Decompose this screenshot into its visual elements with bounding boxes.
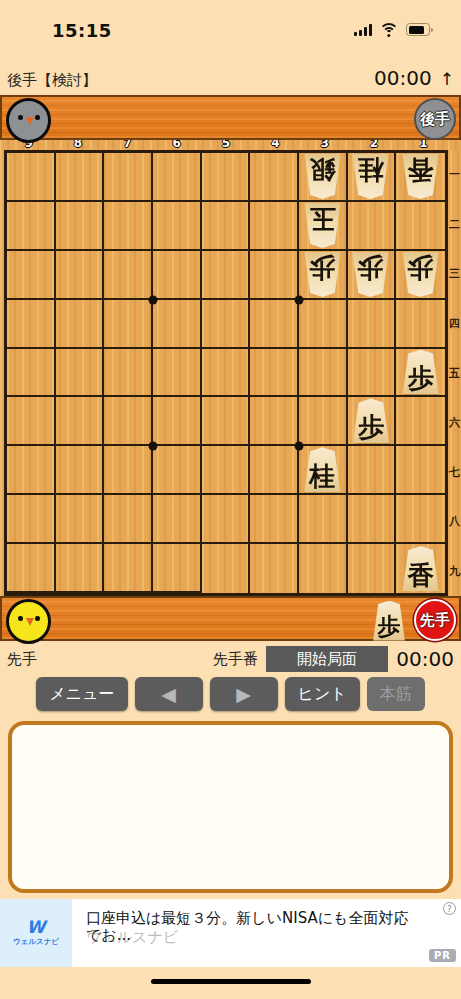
square-7-6[interactable] xyxy=(104,397,153,446)
square-5-1[interactable] xyxy=(202,153,251,202)
square-9-3[interactable] xyxy=(7,251,56,300)
square-4-2[interactable] xyxy=(250,202,299,251)
square-3-7[interactable]: 桂 xyxy=(299,446,348,495)
square-9-5[interactable] xyxy=(7,349,56,398)
rank-label-2: 二 xyxy=(448,200,461,250)
sente-clock: 00:00 xyxy=(396,647,454,671)
ad-banner[interactable]: W ウェルスナビ 口座申込は最短３分。新しいNISAにも全面対応 ウェルスナビ … xyxy=(0,899,461,967)
hint-button[interactable]: ヒント xyxy=(285,677,360,711)
square-9-6[interactable] xyxy=(7,397,56,446)
square-7-3[interactable] xyxy=(104,251,153,300)
pr-badge: PR xyxy=(429,949,456,962)
square-5-2[interactable] xyxy=(202,202,251,251)
square-1-2[interactable] xyxy=(396,202,445,251)
comment-box[interactable] xyxy=(8,721,453,893)
ad-logo[interactable]: W ウェルスナビ xyxy=(0,899,72,967)
ad-headline: 口座申込は最短３分。新しいNISAにも全面対応 xyxy=(86,909,447,929)
gote-piece-桂-21[interactable]: 桂 xyxy=(350,154,391,199)
star-point xyxy=(295,295,304,304)
gote-badge-button[interactable]: 後手 xyxy=(414,98,456,140)
square-8-8[interactable] xyxy=(56,495,105,544)
square-1-8[interactable] xyxy=(396,495,445,544)
cellular-signal-icon xyxy=(354,24,372,36)
status-icons xyxy=(354,23,433,37)
square-8-2[interactable] xyxy=(56,202,105,251)
status-bar: 15:15 xyxy=(0,0,461,54)
gote-piece-歩-23[interactable]: 歩 xyxy=(350,252,391,297)
rank-labels: 一二三四五六七八九 xyxy=(448,150,461,596)
next-button[interactable]: ▶ xyxy=(210,677,278,711)
square-1-3[interactable]: 歩 xyxy=(396,251,445,300)
square-2-4[interactable] xyxy=(348,300,397,349)
square-3-8[interactable] xyxy=(299,495,348,544)
home-indicator[interactable] xyxy=(151,979,311,984)
square-2-2[interactable] xyxy=(348,202,397,251)
gote-piece-玉-32[interactable]: 玉 xyxy=(302,203,343,248)
rank-label-7: 七 xyxy=(448,447,461,497)
prev-button[interactable]: ◀ xyxy=(135,677,203,711)
square-1-6[interactable] xyxy=(396,397,445,446)
sente-piece-香-19[interactable]: 香 xyxy=(400,546,441,591)
sente-avatar xyxy=(6,599,51,644)
square-6-4[interactable] xyxy=(153,300,202,349)
square-6-5[interactable] xyxy=(153,349,202,398)
square-4-8[interactable] xyxy=(250,495,299,544)
battery-icon xyxy=(406,23,433,37)
square-5-9[interactable] xyxy=(202,544,251,593)
gote-piece-歩-33[interactable]: 歩 xyxy=(302,252,343,297)
square-6-2[interactable] xyxy=(153,202,202,251)
square-2-8[interactable] xyxy=(348,495,397,544)
move-number-box: 開始局面 xyxy=(266,646,388,672)
rank-label-9: 九 xyxy=(448,547,461,597)
sente-hand-tray[interactable]: 歩 xyxy=(371,598,407,643)
sente-piece-歩-26[interactable]: 歩 xyxy=(350,398,391,443)
square-4-5[interactable] xyxy=(250,349,299,398)
square-1-1[interactable]: 香 xyxy=(396,153,445,202)
mainline-button: 本筋 xyxy=(367,677,425,711)
square-6-3[interactable] xyxy=(153,251,202,300)
square-6-1[interactable] xyxy=(153,153,202,202)
square-9-7[interactable] xyxy=(7,446,56,495)
sente-badge-button[interactable]: 先手 xyxy=(414,599,456,641)
sente-piece-歩-15[interactable]: 歩 xyxy=(400,349,441,394)
menu-button[interactable]: メニュー xyxy=(36,677,127,711)
square-6-8[interactable] xyxy=(153,495,202,544)
toolbar: メニュー◀▶ヒント本筋 xyxy=(0,677,461,717)
square-2-3[interactable]: 歩 xyxy=(348,251,397,300)
square-8-4[interactable] xyxy=(56,300,105,349)
ad-headline-continued: でお... xyxy=(86,926,131,945)
gote-player-bar: 後手 xyxy=(0,95,461,140)
square-1-9[interactable]: 香 xyxy=(396,544,445,593)
comment-area-wrap xyxy=(0,717,461,899)
square-4-4[interactable] xyxy=(250,300,299,349)
wifi-icon xyxy=(379,23,399,37)
square-5-6[interactable] xyxy=(202,397,251,446)
square-5-5[interactable] xyxy=(202,349,251,398)
square-2-5[interactable] xyxy=(348,349,397,398)
sente-hand-piece-歩[interactable]: 歩 xyxy=(371,601,407,641)
square-7-4[interactable] xyxy=(104,300,153,349)
rank-label-6: 六 xyxy=(448,398,461,448)
square-7-8[interactable] xyxy=(104,495,153,544)
ad-info-icon[interactable]: ? xyxy=(443,902,456,915)
square-9-1[interactable] xyxy=(7,153,56,202)
sente-player-bar: 歩 先手 xyxy=(0,596,461,641)
star-point xyxy=(149,442,158,451)
square-7-1[interactable] xyxy=(104,153,153,202)
rank-label-3: 三 xyxy=(448,249,461,299)
square-7-7[interactable] xyxy=(104,446,153,495)
rank-label-1: 一 xyxy=(448,150,461,200)
square-7-2[interactable] xyxy=(104,202,153,251)
square-7-9[interactable] xyxy=(104,544,153,593)
rank-label-8: 八 xyxy=(448,497,461,547)
square-2-1[interactable]: 桂 xyxy=(348,153,397,202)
sente-label: 先手 xyxy=(7,650,37,669)
square-3-9[interactable] xyxy=(299,544,348,593)
square-3-2[interactable]: 玉 xyxy=(299,202,348,251)
square-2-7[interactable] xyxy=(348,446,397,495)
file-labels: 987654321 xyxy=(0,140,461,150)
square-5-3[interactable] xyxy=(202,251,251,300)
square-4-7[interactable] xyxy=(250,446,299,495)
square-2-9[interactable] xyxy=(348,544,397,593)
square-8-5[interactable] xyxy=(56,349,105,398)
gote-mode-label: 後手【検討】 xyxy=(7,71,97,90)
square-4-1[interactable] xyxy=(250,153,299,202)
gote-clock: 00:00 xyxy=(374,66,432,90)
star-point xyxy=(295,442,304,451)
gote-avatar xyxy=(6,98,51,143)
move-info-row: 先手 先手番 開始局面 00:00 xyxy=(0,641,461,677)
gote-piece-銀-31[interactable]: 銀 xyxy=(302,154,343,199)
square-9-8[interactable] xyxy=(7,495,56,544)
gote-piece-歩-13[interactable]: 歩 xyxy=(400,252,441,297)
clock-time: 15:15 xyxy=(52,20,112,41)
square-2-6[interactable]: 歩 xyxy=(348,397,397,446)
square-1-5[interactable]: 歩 xyxy=(396,349,445,398)
sente-piece-桂-37[interactable]: 桂 xyxy=(302,447,343,492)
ad-logo-name: ウェルスナビ xyxy=(13,937,59,947)
square-8-6[interactable] xyxy=(56,397,105,446)
square-3-5[interactable] xyxy=(299,349,348,398)
square-9-9[interactable] xyxy=(7,544,56,593)
square-3-3[interactable]: 歩 xyxy=(299,251,348,300)
square-9-4[interactable] xyxy=(7,300,56,349)
square-6-7[interactable] xyxy=(153,446,202,495)
board-grid: 銀桂香玉歩歩歩歩歩桂香 xyxy=(4,150,448,596)
star-point xyxy=(149,295,158,304)
square-3-6[interactable] xyxy=(299,397,348,446)
square-5-7[interactable] xyxy=(202,446,251,495)
square-4-3[interactable] xyxy=(250,251,299,300)
square-9-2[interactable] xyxy=(7,202,56,251)
ad-body[interactable]: 口座申込は最短３分。新しいNISAにも全面対応 ウェルスナビ でお... ? P… xyxy=(72,899,461,967)
square-8-9[interactable] xyxy=(56,544,105,593)
square-4-6[interactable] xyxy=(250,397,299,446)
square-6-6[interactable] xyxy=(153,397,202,446)
turn-direction-arrow: ↑ xyxy=(440,69,454,89)
shogi-board: 銀桂香玉歩歩歩歩歩桂香 一二三四五六七八九 xyxy=(0,150,461,596)
game-header: 後手【検討】 00:00 ↑ xyxy=(0,54,461,95)
square-1-4[interactable] xyxy=(396,300,445,349)
square-1-7[interactable] xyxy=(396,446,445,495)
square-5-4[interactable] xyxy=(202,300,251,349)
gote-piece-香-11[interactable]: 香 xyxy=(400,154,441,199)
square-3-1[interactable]: 銀 xyxy=(299,153,348,202)
square-4-9[interactable] xyxy=(250,544,299,593)
wealthnavi-logo-icon: W xyxy=(27,919,46,936)
square-6-9[interactable] xyxy=(153,544,202,593)
square-8-1[interactable] xyxy=(56,153,105,202)
rank-label-5: 五 xyxy=(448,348,461,398)
square-8-3[interactable] xyxy=(56,251,105,300)
square-7-5[interactable] xyxy=(104,349,153,398)
square-3-4[interactable] xyxy=(299,300,348,349)
square-5-8[interactable] xyxy=(202,495,251,544)
footer xyxy=(0,967,461,999)
rank-label-4: 四 xyxy=(448,299,461,349)
turn-to-move-label: 先手番 xyxy=(213,650,258,669)
square-8-7[interactable] xyxy=(56,446,105,495)
